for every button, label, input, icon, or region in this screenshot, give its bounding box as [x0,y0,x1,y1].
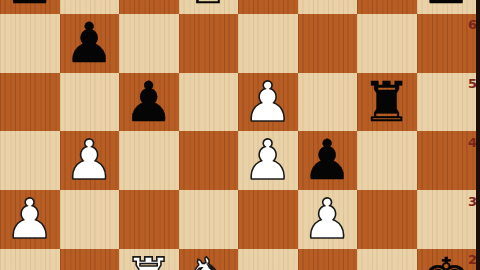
white-knight-d2[interactable]: ♞ [179,249,239,270]
black-pawn-c5[interactable]: ♟ [119,73,179,132]
square-d5[interactable] [179,73,239,132]
white-pawn-e5[interactable]: ♟ [238,73,298,132]
square-b3[interactable] [60,190,120,249]
square-d3[interactable] [179,190,239,249]
square-f2[interactable] [298,249,358,270]
square-f5[interactable] [298,73,358,132]
rank-label-3: 3 [463,195,477,208]
square-e5[interactable]: ♟ [238,73,298,132]
square-c4[interactable] [119,131,179,190]
square-c3[interactable] [119,190,179,249]
square-g6[interactable] [357,14,417,73]
square-a4[interactable] [0,131,60,190]
rank-label-4: 4 [463,136,477,149]
square-c2[interactable]: ♜ [119,249,179,270]
square-e6[interactable] [238,14,298,73]
square-d7[interactable]: ♛ [179,0,239,14]
square-h7[interactable]: ♟ [417,0,477,14]
black-pawn-h7[interactable]: ♟ [417,0,477,14]
square-c5[interactable]: ♟ [119,73,179,132]
board-edge-bar [476,0,480,270]
square-b5[interactable] [60,73,120,132]
square-f4[interactable]: ♟ [298,131,358,190]
white-rook-c2[interactable]: ♜ [119,249,179,270]
black-rook-g5[interactable]: ♜ [357,73,417,132]
square-d2[interactable]: ♞ [179,249,239,270]
square-e3[interactable] [238,190,298,249]
square-b6[interactable]: ♟ [60,14,120,73]
black-pawn-f4[interactable]: ♟ [298,131,358,190]
square-b4[interactable]: ♟ [60,131,120,190]
square-g3[interactable] [357,190,417,249]
square-e4[interactable]: ♟ [238,131,298,190]
square-f3[interactable]: ♟ [298,190,358,249]
rank-label-6: 6 [463,18,477,31]
square-a5[interactable] [0,73,60,132]
square-c6[interactable] [119,14,179,73]
rank-label-2: 2 [463,253,477,266]
square-e7[interactable] [238,0,298,14]
square-a2[interactable] [0,249,60,270]
square-f7[interactable] [298,0,358,14]
white-pawn-b4[interactable]: ♟ [60,131,120,190]
black-pawn-a7[interactable]: ♟ [0,0,60,14]
square-b2[interactable] [60,249,120,270]
white-pawn-e4[interactable]: ♟ [238,131,298,190]
white-pawn-f3[interactable]: ♟ [298,190,358,249]
rank-label-5: 5 [463,77,477,90]
square-a7[interactable]: ♟ [0,0,60,14]
white-pawn-a3[interactable]: ♟ [0,190,60,249]
square-f6[interactable] [298,14,358,73]
chess-video-frame: ♟♛♟♟♟♟♜♟♟♟♟♟♜♞♚ 65432 [0,0,480,270]
square-g7[interactable] [357,0,417,14]
square-a3[interactable]: ♟ [0,190,60,249]
square-d6[interactable] [179,14,239,73]
square-g4[interactable] [357,131,417,190]
black-pawn-b6[interactable]: ♟ [60,14,120,73]
black-queen-d7[interactable]: ♛ [179,0,239,14]
square-e2[interactable] [238,249,298,270]
square-d4[interactable] [179,131,239,190]
square-g2[interactable] [357,249,417,270]
square-c7[interactable] [119,0,179,14]
square-g5[interactable]: ♜ [357,73,417,132]
square-a6[interactable] [0,14,60,73]
chessboard[interactable]: ♟♛♟♟♟♟♜♟♟♟♟♟♜♞♚ [0,0,476,270]
